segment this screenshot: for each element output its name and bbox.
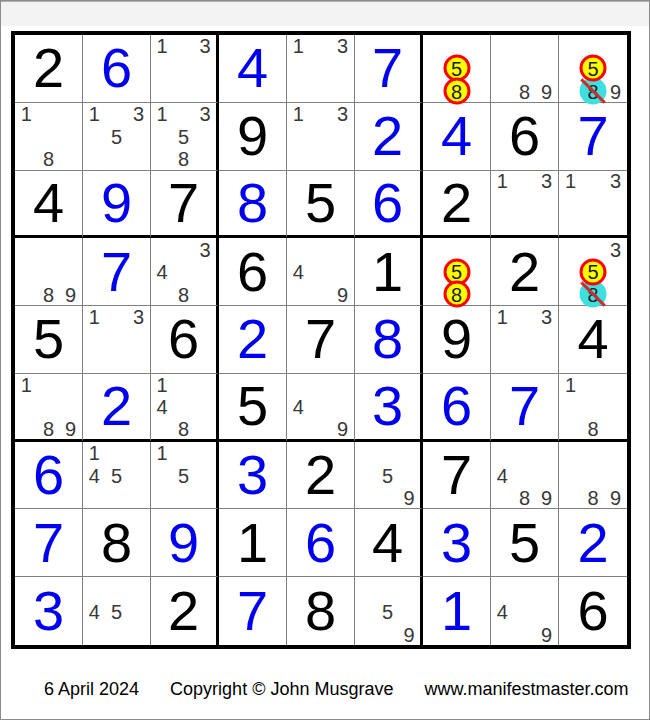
solved-digit: 6 — [15, 442, 82, 509]
sudoku-board: 2613413758895891813513589132467497856213… — [11, 31, 631, 649]
cell-r7c9[interactable]: 89 — [559, 442, 627, 510]
solved-digit: 7 — [15, 509, 82, 576]
cell-r9c7[interactable]: 1 — [423, 577, 491, 645]
candidate-9: 9 — [329, 415, 356, 442]
given-digit: 8 — [287, 577, 354, 645]
given-digit: 6 — [219, 238, 286, 305]
candidate-1: 1 — [285, 32, 312, 59]
candidate-5: 5 — [103, 462, 130, 489]
candidate-8: 8 — [170, 281, 197, 308]
cell-r4c8[interactable]: 2 — [491, 238, 559, 306]
given-digit: 9 — [423, 306, 490, 373]
cell-r9c9[interactable]: 6 — [559, 577, 627, 645]
candidate-9: 9 — [533, 484, 560, 511]
cell-r3c7[interactable]: 2 — [423, 171, 491, 239]
candidate-1: 1 — [13, 371, 40, 398]
cell-r4c6[interactable]: 1 — [355, 238, 423, 306]
solved-digit: 1 — [423, 577, 490, 645]
cell-r2c5[interactable]: 13 — [287, 103, 355, 171]
footer: 6 April 2024 Copyright © John Musgrave w… — [44, 679, 629, 700]
cell-r2c4[interactable]: 9 — [219, 103, 287, 171]
given-digit: 5 — [287, 171, 354, 236]
candidate-4: 4 — [489, 598, 516, 625]
footer-copyright: Copyright © John Musgrave — [170, 679, 393, 699]
candidate-9: 9 — [602, 484, 629, 511]
cell-r3c1[interactable]: 4 — [15, 171, 83, 239]
cell-r9c1[interactable]: 3 — [15, 577, 83, 645]
cell-r7c5[interactable]: 2 — [287, 442, 355, 510]
cell-r3c4[interactable]: 8 — [219, 171, 287, 239]
given-digit: 5 — [219, 374, 286, 439]
cell-r7c1[interactable]: 6 — [15, 442, 83, 510]
candidate-1: 1 — [149, 32, 176, 59]
candidate-9: 9 — [533, 621, 560, 648]
solved-digit: 6 — [355, 171, 420, 236]
candidate-3: 3 — [602, 236, 629, 263]
given-digit: 2 — [491, 238, 558, 305]
cell-r2c1[interactable]: 18 — [15, 103, 83, 171]
candidate-4: 4 — [285, 393, 312, 420]
given-digit: 2 — [287, 442, 354, 509]
solved-digit: 8 — [355, 306, 420, 373]
cell-r1c7[interactable]: 58 — [423, 35, 491, 103]
given-digit: 7 — [423, 442, 490, 509]
cell-r9c4[interactable]: 7 — [219, 577, 287, 645]
solved-digit: 7 — [559, 103, 627, 170]
given-digit: 6 — [559, 577, 627, 645]
cell-r1c3[interactable]: 13 — [151, 35, 219, 103]
footer-website: www.manifestmaster.com — [424, 679, 628, 699]
cell-r2c8[interactable]: 6 — [491, 103, 559, 171]
candidate-8: 8 — [35, 145, 62, 172]
cell-r1c6[interactable]: 7 — [355, 35, 423, 103]
cell-r6c9[interactable]: 18 — [559, 374, 627, 442]
candidate-9: 9 — [329, 281, 356, 308]
cell-r9c3[interactable]: 2 — [151, 577, 219, 645]
cell-r2c3[interactable]: 1358 — [151, 103, 219, 171]
solved-digit: 2 — [219, 306, 286, 373]
given-digit: 4 — [559, 306, 627, 373]
cell-r1c2[interactable]: 6 — [83, 35, 151, 103]
solved-digit: 7 — [491, 374, 558, 439]
cell-r7c2[interactable]: 145 — [83, 442, 151, 510]
given-digit: 2 — [151, 577, 216, 645]
candidate-3: 3 — [533, 303, 560, 330]
candidate-5: 5 — [170, 462, 197, 489]
cell-r8c6[interactable]: 4 — [355, 509, 423, 577]
cell-r8c5[interactable]: 6 — [287, 509, 355, 577]
cell-r6c3[interactable]: 148 — [151, 374, 219, 442]
cell-r5c7[interactable]: 9 — [423, 306, 491, 374]
cell-r7c7[interactable]: 7 — [423, 442, 491, 510]
cell-r7c3[interactable]: 15 — [151, 442, 219, 510]
candidate-5-circled: 5 — [580, 258, 607, 285]
cell-r7c4[interactable]: 3 — [219, 442, 287, 510]
given-digit: 2 — [15, 35, 82, 102]
cell-r9c2[interactable]: 45 — [83, 577, 151, 645]
solved-digit: 2 — [355, 103, 420, 170]
cell-r5c6[interactable]: 8 — [355, 306, 423, 374]
cell-r7c6[interactable]: 59 — [355, 442, 423, 510]
given-digit: 1 — [219, 509, 286, 576]
cell-r6c1[interactable]: 189 — [15, 374, 83, 442]
solved-digit: 2 — [83, 374, 150, 439]
cell-r1c1[interactable]: 2 — [15, 35, 83, 103]
solved-digit: 7 — [355, 35, 420, 102]
solved-digit: 3 — [355, 374, 420, 439]
given-digit: 2 — [423, 171, 490, 236]
window-top-strip — [1, 1, 649, 26]
candidate-8: 8 — [170, 145, 197, 172]
candidate-3: 3 — [329, 32, 356, 59]
cell-r5c8[interactable]: 13 — [491, 306, 559, 374]
solved-digit: 7 — [83, 238, 150, 305]
cell-r3c6[interactable]: 6 — [355, 171, 423, 239]
solved-digit: 9 — [83, 171, 150, 236]
given-digit: 7 — [287, 306, 354, 373]
candidate-9: 9 — [533, 78, 560, 105]
cell-r2c2[interactable]: 135 — [83, 103, 151, 171]
page: 2613413758895891813513589132467497856213… — [0, 0, 650, 720]
candidate-3: 3 — [329, 100, 356, 127]
cell-r2c6[interactable]: 2 — [355, 103, 423, 171]
cell-r9c8[interactable]: 49 — [491, 577, 559, 645]
candidate-8-circled: 8 — [443, 281, 470, 308]
given-digit: 5 — [15, 306, 82, 373]
cell-r4c4[interactable]: 6 — [219, 238, 287, 306]
candidate-1: 1 — [557, 371, 584, 398]
given-digit: 4 — [15, 171, 82, 236]
given-digit: 7 — [151, 171, 216, 236]
solved-digit: 6 — [83, 35, 150, 102]
cell-r9c5[interactable]: 8 — [287, 577, 355, 645]
cell-r3c9[interactable]: 13 — [559, 171, 627, 239]
solved-digit: 4 — [219, 35, 286, 102]
cell-r5c5[interactable]: 7 — [287, 306, 355, 374]
cell-r1c9[interactable]: 589 — [559, 35, 627, 103]
cell-r1c5[interactable]: 13 — [287, 35, 355, 103]
cell-r5c4[interactable]: 2 — [219, 306, 287, 374]
candidate-4: 4 — [285, 258, 312, 285]
solved-digit: 6 — [287, 509, 354, 576]
candidate-3: 3 — [191, 32, 218, 59]
cell-r6c5[interactable]: 49 — [287, 374, 355, 442]
cell-r7c8[interactable]: 489 — [491, 442, 559, 510]
cell-r8c2[interactable]: 8 — [83, 509, 151, 577]
solved-digit: 2 — [559, 509, 627, 576]
candidate-1: 1 — [13, 100, 40, 127]
cell-r8c9[interactable]: 2 — [559, 509, 627, 577]
cell-r8c7[interactable]: 3 — [423, 509, 491, 577]
candidate-1: 1 — [489, 167, 516, 194]
cell-r4c1[interactable]: 89 — [15, 238, 83, 306]
candidate-8: 8 — [580, 415, 607, 442]
given-digit: 5 — [491, 509, 558, 576]
cell-r2c9[interactable]: 7 — [559, 103, 627, 171]
cell-r2c7[interactable]: 4 — [423, 103, 491, 171]
solved-digit: 6 — [423, 374, 490, 439]
cell-r3c8[interactable]: 13 — [491, 171, 559, 239]
cell-r5c2[interactable]: 13 — [83, 306, 151, 374]
solved-digit: 3 — [15, 577, 82, 645]
cell-r5c1[interactable]: 5 — [15, 306, 83, 374]
solved-digit: 9 — [151, 509, 216, 576]
candidate-9: 9 — [395, 621, 422, 648]
candidate-1: 1 — [81, 303, 108, 330]
solved-digit: 4 — [423, 103, 490, 170]
cell-r6c8[interactable]: 7 — [491, 374, 559, 442]
candidate-8-circled: 8 — [443, 78, 470, 105]
candidate-1: 1 — [285, 100, 312, 127]
cell-r6c6[interactable]: 3 — [355, 374, 423, 442]
candidate-5-circled: 5 — [580, 55, 607, 82]
cell-r6c2[interactable]: 2 — [83, 374, 151, 442]
footer-date: 6 April 2024 — [44, 679, 139, 699]
candidate-1: 1 — [557, 167, 584, 194]
solved-digit: 3 — [423, 509, 490, 576]
cell-r3c5[interactable]: 5 — [287, 171, 355, 239]
cell-r5c3[interactable]: 6 — [151, 306, 219, 374]
given-digit: 8 — [83, 509, 150, 576]
cell-r4c7[interactable]: 58 — [423, 238, 491, 306]
candidate-1: 1 — [489, 303, 516, 330]
cell-r6c7[interactable]: 6 — [423, 374, 491, 442]
cell-r1c8[interactable]: 89 — [491, 35, 559, 103]
cell-r4c3[interactable]: 348 — [151, 238, 219, 306]
cell-r1c4[interactable]: 4 — [219, 35, 287, 103]
cell-r3c3[interactable]: 7 — [151, 171, 219, 239]
given-digit: 4 — [355, 509, 420, 576]
given-digit: 1 — [355, 238, 420, 305]
candidate-5: 5 — [103, 123, 130, 150]
candidate-3: 3 — [125, 303, 152, 330]
cell-r4c2[interactable]: 7 — [83, 238, 151, 306]
cell-r4c9[interactable]: 358 — [559, 238, 627, 306]
cell-r8c1[interactable]: 7 — [15, 509, 83, 577]
cell-r8c8[interactable]: 5 — [491, 509, 559, 577]
cell-r8c4[interactable]: 1 — [219, 509, 287, 577]
solved-digit: 7 — [219, 577, 286, 645]
cell-r9c6[interactable]: 59 — [355, 577, 423, 645]
candidate-3: 3 — [191, 236, 218, 263]
cell-r8c3[interactable]: 9 — [151, 509, 219, 577]
given-digit: 6 — [151, 306, 216, 373]
cell-r3c2[interactable]: 9 — [83, 171, 151, 239]
cell-r5c9[interactable]: 4 — [559, 306, 627, 374]
solved-digit: 8 — [219, 171, 286, 236]
candidate-3: 3 — [602, 167, 629, 194]
candidate-3: 3 — [533, 167, 560, 194]
given-digit: 9 — [219, 103, 286, 170]
candidate-9: 9 — [395, 484, 422, 511]
candidate-5: 5 — [103, 598, 130, 625]
candidate-8: 8 — [170, 415, 197, 442]
cell-r4c5[interactable]: 49 — [287, 238, 355, 306]
given-digit: 6 — [491, 103, 558, 170]
candidate-9: 9 — [57, 415, 84, 442]
cell-r6c4[interactable]: 5 — [219, 374, 287, 442]
solved-digit: 3 — [219, 442, 286, 509]
